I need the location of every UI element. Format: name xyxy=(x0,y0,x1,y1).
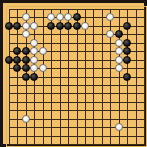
black-stone xyxy=(22,73,30,81)
white-stone xyxy=(115,56,123,64)
white-stone xyxy=(115,64,123,72)
black-stone xyxy=(123,39,131,47)
white-stone xyxy=(81,22,89,30)
grid-line xyxy=(93,9,94,145)
white-stone xyxy=(115,39,123,47)
grid-line xyxy=(9,144,145,145)
white-stone xyxy=(115,123,123,131)
white-stone xyxy=(22,22,30,30)
white-stone xyxy=(22,115,30,123)
grid-line xyxy=(9,127,145,128)
grid-line xyxy=(136,9,137,145)
grid-line xyxy=(9,93,145,94)
white-stone xyxy=(30,56,38,64)
black-stone xyxy=(56,22,64,30)
black-stone xyxy=(115,30,123,38)
black-stone xyxy=(22,56,30,64)
black-stone xyxy=(123,73,131,81)
grid-line xyxy=(9,110,145,111)
go-board[interactable] xyxy=(0,0,147,147)
black-stone xyxy=(64,22,72,30)
black-stone xyxy=(123,22,131,30)
black-stone xyxy=(30,73,38,81)
grid-line xyxy=(102,9,103,145)
grid-line xyxy=(9,102,145,103)
grid-line xyxy=(144,9,145,145)
white-stone xyxy=(115,47,123,55)
white-stone xyxy=(39,47,47,55)
white-stone xyxy=(39,64,47,72)
black-stone xyxy=(73,22,81,30)
grid-line xyxy=(9,85,145,86)
black-stone xyxy=(22,64,30,72)
black-stone xyxy=(73,13,81,21)
black-stone xyxy=(5,22,13,30)
go-app-window xyxy=(0,0,147,147)
black-stone xyxy=(123,56,131,64)
grid-line xyxy=(9,136,145,137)
black-stone xyxy=(5,56,13,64)
